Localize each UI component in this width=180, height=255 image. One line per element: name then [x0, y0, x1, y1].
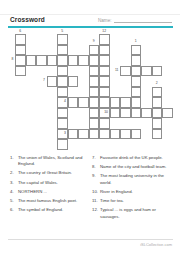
clue-item: 5.The most famous English poet. — [10, 198, 90, 204]
clue-number-5: 5 — [57, 30, 68, 33]
footer-divider — [8, 239, 173, 240]
grid-cell[interactable] — [152, 87, 163, 98]
grid-cell[interactable] — [120, 129, 131, 140]
grid-cell[interactable] — [57, 139, 68, 150]
grid-cell[interactable] — [57, 108, 68, 119]
clue-item-number: 5. — [10, 198, 18, 204]
grid-cell[interactable] — [120, 108, 131, 119]
clue-item-text: The most leading university in the world… — [100, 173, 174, 185]
grid-cell[interactable] — [78, 97, 89, 108]
clue-item: 8.Name of the city and football team. — [92, 164, 174, 170]
page-title: Crossword — [10, 16, 45, 23]
grid-cell[interactable] — [152, 129, 163, 140]
grid-cell[interactable] — [78, 129, 89, 140]
clue-item-text: The union of Wales, Scotland and England… — [18, 155, 90, 167]
grid-cell[interactable] — [57, 87, 68, 98]
clue-item-text: Favourite drink of the UK people. — [100, 155, 174, 161]
grid-cell[interactable] — [99, 66, 110, 77]
clue-item-number: 9. — [92, 173, 100, 185]
grid-cell[interactable] — [15, 66, 26, 77]
grid-cell[interactable] — [57, 76, 68, 87]
grid-cell[interactable] — [47, 76, 58, 87]
grid-cell[interactable] — [99, 97, 110, 108]
clue-item: 10.River in England. — [92, 189, 174, 195]
grid-cell[interactable] — [89, 118, 100, 129]
grid-cell[interactable] — [57, 55, 68, 66]
grid-cell[interactable] — [99, 45, 110, 56]
name-input-line[interactable] — [114, 17, 172, 23]
clue-item-text: Typical ... is eggs and ham or sausages. — [100, 207, 174, 219]
clue-item: 2.The country of Great Britain. — [10, 170, 90, 176]
grid-cell[interactable] — [99, 76, 110, 87]
grid-cell[interactable] — [131, 76, 142, 87]
clue-item: 6.The symbol of England. — [10, 207, 90, 213]
grid-cell[interactable] — [89, 55, 100, 66]
clue-item-number: 7. — [92, 155, 100, 161]
grid-cell[interactable] — [152, 108, 163, 119]
clue-item-number: 8. — [92, 164, 100, 170]
grid-cell[interactable] — [57, 66, 68, 77]
clue-number-2: 2 — [152, 82, 163, 85]
grid-cell[interactable] — [15, 34, 26, 45]
grid-cell[interactable] — [68, 76, 79, 87]
name-field: Name: — [98, 17, 172, 23]
grid-cell[interactable] — [131, 108, 142, 119]
clue-item-number: 10. — [92, 189, 100, 195]
grid-cell[interactable] — [99, 118, 110, 129]
clue-list-left: 1.The union of Wales, Scotland and Engla… — [10, 155, 90, 214]
clue-item-number: 12. — [92, 207, 100, 219]
clue-number-6: 6 — [15, 30, 26, 33]
grid-cell[interactable] — [89, 45, 100, 56]
grid-cell[interactable] — [57, 34, 68, 45]
grid-cell[interactable] — [162, 108, 173, 119]
clue-item-text: River in England. — [100, 189, 174, 195]
grid-cell[interactable] — [89, 66, 100, 77]
clue-item: 1.The union of Wales, Scotland and Engla… — [10, 155, 90, 167]
clue-number-4: 4 — [58, 100, 66, 103]
grid-cell[interactable] — [110, 108, 121, 119]
grid-cell[interactable] — [57, 118, 68, 129]
clue-item-number: 2. — [10, 170, 18, 176]
grid-cell[interactable] — [99, 129, 110, 140]
clue-item-text: The most famous English poet. — [18, 198, 90, 204]
grid-cell[interactable] — [120, 97, 131, 108]
grid-cell[interactable] — [131, 66, 142, 77]
grid-cell[interactable] — [68, 97, 79, 108]
clue-number-3: 3 — [58, 132, 66, 135]
grid-cell[interactable] — [152, 118, 163, 129]
clue-item: 3.The capital of Wales. — [10, 180, 90, 186]
footer-watermark: iSLCollective.com — [140, 242, 172, 247]
clue-item: 12.Typical ... is eggs and ham or sausag… — [92, 207, 174, 219]
clue-number-9: 9 — [89, 40, 100, 43]
clue-list-right: 7.Favourite drink of the UK people.8.Nam… — [92, 155, 174, 220]
grid-cell[interactable] — [131, 97, 142, 108]
clue-item-number: 11. — [92, 198, 100, 204]
clue-number-8: 8 — [6, 58, 14, 61]
grid-cell[interactable] — [131, 55, 142, 66]
grid-cell[interactable] — [141, 108, 152, 119]
clue-item-number: 1. — [10, 155, 18, 167]
grid-cell[interactable] — [89, 97, 100, 108]
clue-number-7: 7 — [37, 79, 45, 82]
grid-cell[interactable] — [99, 55, 110, 66]
grid-cell[interactable] — [99, 87, 110, 98]
grid-cell[interactable] — [152, 97, 163, 108]
grid-cell[interactable] — [26, 55, 37, 66]
clue-item-text: The country of Great Britain. — [18, 170, 90, 176]
clue-item: 9.The most leading university in the wor… — [92, 173, 174, 185]
grid-cell[interactable] — [89, 76, 100, 87]
clue-item-text: Time for tea. — [100, 198, 174, 204]
grid-cell[interactable] — [15, 55, 26, 66]
grid-cell[interactable] — [15, 45, 26, 56]
clue-item-text: The capital of Wales. — [18, 180, 90, 186]
clue-number-1: 1 — [131, 40, 142, 43]
clue-item: 4.NORTHERN ... — [10, 189, 90, 195]
grid-cell[interactable] — [120, 66, 131, 77]
clue-item-text: Name of the city and football team. — [100, 164, 174, 170]
grid-cell[interactable] — [57, 45, 68, 56]
grid-cell[interactable] — [89, 129, 100, 140]
name-label: Name: — [98, 18, 112, 23]
clue-item-text: The symbol of England. — [18, 207, 90, 213]
grid-cell[interactable] — [110, 97, 121, 108]
clue-item-text: NORTHERN ... — [18, 189, 90, 195]
clue-item-number: 3. — [10, 180, 18, 186]
grid-cell[interactable] — [99, 34, 110, 45]
grid-cell[interactable] — [152, 66, 163, 77]
page-top-divider — [0, 14, 180, 15]
grid-cell[interactable] — [68, 129, 79, 140]
clue-number-11: 11 — [111, 69, 119, 72]
grid-cell[interactable] — [131, 129, 142, 140]
clue-item: 11.Time for tea. — [92, 198, 174, 204]
grid-cell[interactable] — [110, 129, 121, 140]
grid-cell[interactable] — [131, 45, 142, 56]
grid-cell[interactable] — [141, 66, 152, 77]
grid-cell[interactable] — [47, 55, 58, 66]
grid-cell[interactable] — [131, 87, 142, 98]
accent-rule — [8, 26, 173, 28]
clue-item-number: 6. — [10, 207, 18, 213]
grid-cell[interactable] — [68, 55, 79, 66]
clue-item-number: 4. — [10, 189, 18, 195]
clue-item: 7.Favourite drink of the UK people. — [92, 155, 174, 161]
grid-cell[interactable] — [89, 87, 100, 98]
grid-cell[interactable] — [89, 108, 100, 119]
clue-number-12: 12 — [99, 30, 110, 33]
clue-number-10: 10 — [100, 111, 108, 114]
grid-cell[interactable] — [36, 55, 47, 66]
grid-cell[interactable] — [78, 55, 89, 66]
